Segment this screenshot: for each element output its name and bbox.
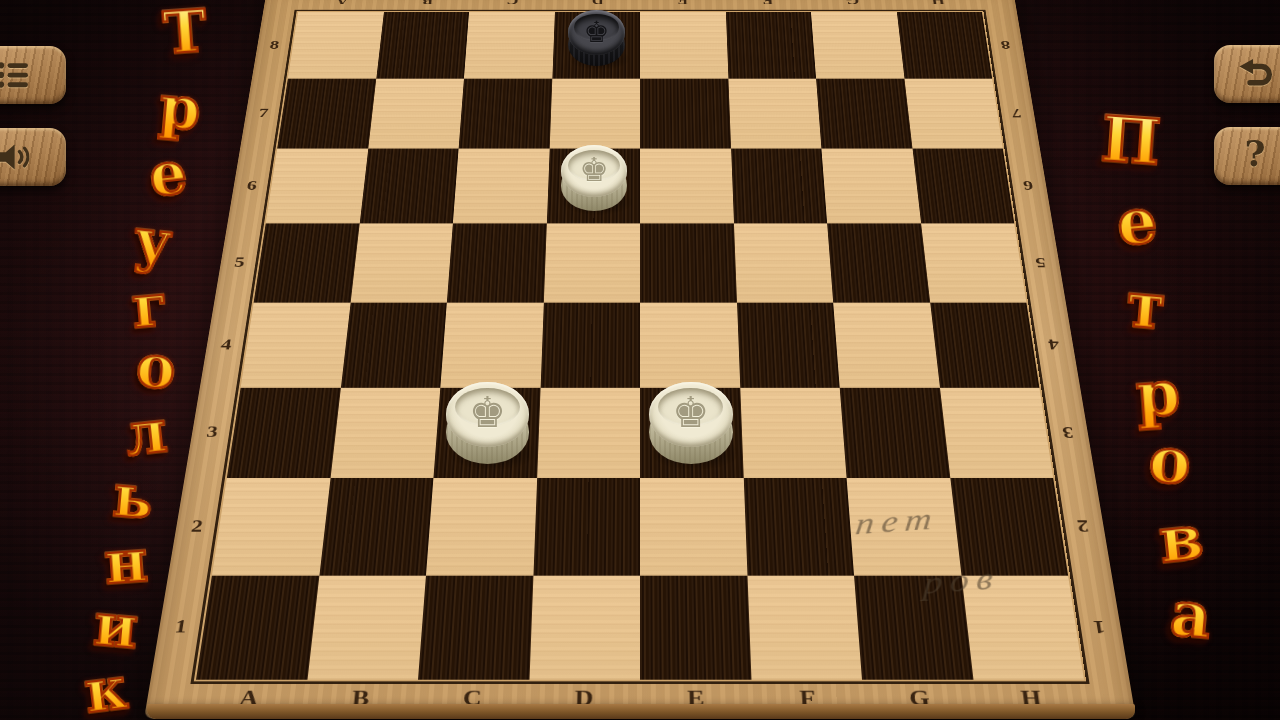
title-right-letter-7: а <box>1168 577 1214 653</box>
svg-text:?: ? <box>1244 138 1265 174</box>
king-crown-icon: ♚ <box>446 385 530 440</box>
title-left-letter-5: г <box>129 271 170 342</box>
king-crown-icon: ♚ <box>568 13 625 51</box>
help-button[interactable]: ? <box>1214 127 1280 185</box>
piece-black-king-d8[interactable]: ♚ <box>568 10 625 67</box>
title-left-letter-4: у <box>131 205 175 277</box>
undo-arrow-icon <box>1238 57 1274 91</box>
title-right-letter-3: т <box>1124 268 1169 344</box>
title-right-letter-5: о <box>1147 423 1193 499</box>
piece-white-king-d6[interactable]: ♚ <box>561 145 628 212</box>
speaker-icon <box>0 141 32 173</box>
title-right-letter-2: е <box>1114 184 1160 260</box>
title-left-letter-2: р <box>157 72 203 143</box>
title-right-letter-1: П <box>1099 102 1163 179</box>
title-right-letter-4: р <box>1134 356 1182 432</box>
title-left-letter-3: е <box>146 138 190 209</box>
title-left-letter-7: л <box>122 397 170 469</box>
king-crown-icon: ♚ <box>561 148 628 192</box>
menu-button[interactable] <box>0 46 66 104</box>
title-left-letter-6: о <box>134 332 177 403</box>
piece-white-king-c3[interactable]: ♚ <box>446 382 530 466</box>
undo-button[interactable] <box>1214 45 1280 103</box>
question-icon: ? <box>1238 138 1272 174</box>
title-left-letter-10: и <box>92 590 141 661</box>
table-background: ABCDEFGH ABCDEFGH 87654321 87654321 пет … <box>0 0 1280 720</box>
title-right-letter-6: в <box>1156 500 1206 577</box>
title-left-letter-9: н <box>102 527 149 598</box>
menu-list-icon <box>0 60 30 90</box>
sound-button[interactable] <box>0 128 66 186</box>
king-crown-icon: ♚ <box>649 385 733 440</box>
title-left-letter-1: Т <box>161 0 209 67</box>
piece-white-king-e3[interactable]: ♚ <box>649 382 733 466</box>
title-left-letter-11: к <box>81 654 131 720</box>
title-left-letter-8: ь <box>110 461 155 532</box>
